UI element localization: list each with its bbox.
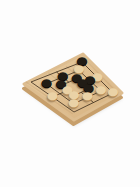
morris-board [0, 0, 140, 187]
board-photo: ●●●●●●●●●●●●●●●●● [0, 0, 140, 187]
